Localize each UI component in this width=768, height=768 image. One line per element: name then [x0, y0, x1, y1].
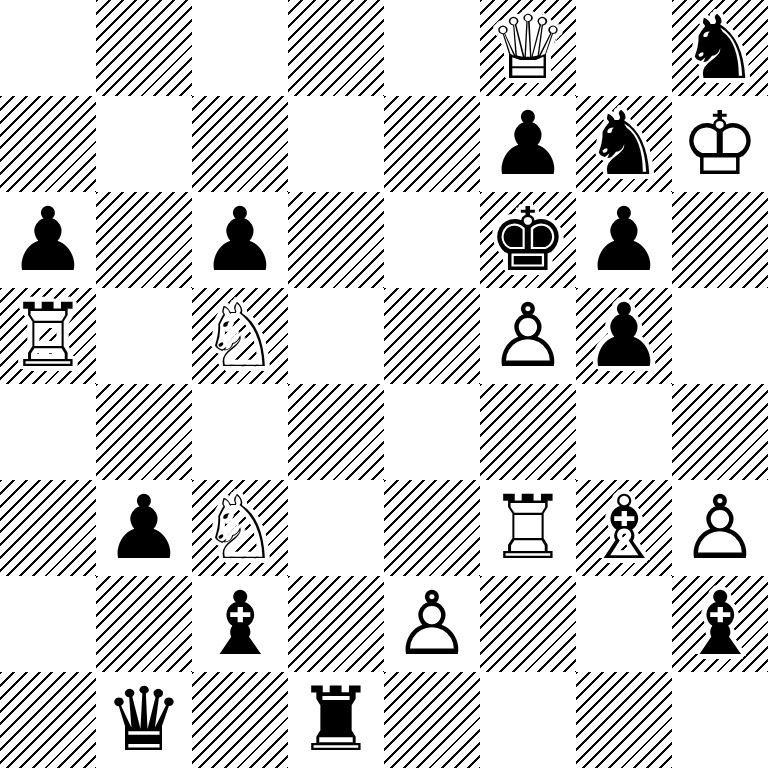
square-f4[interactable]	[480, 384, 576, 480]
white-pawn-f5[interactable]: ♙	[489, 288, 568, 384]
square-f5[interactable]: ♙	[480, 288, 576, 384]
black-knight-h8[interactable]: ♞	[681, 0, 760, 96]
square-d1[interactable]: ♜	[288, 672, 384, 768]
square-b8[interactable]	[96, 0, 192, 96]
square-e1[interactable]	[384, 672, 480, 768]
square-f2[interactable]	[480, 576, 576, 672]
square-d2[interactable]	[288, 576, 384, 672]
black-bishop-c2[interactable]: ♝	[201, 576, 280, 672]
square-e8[interactable]	[384, 0, 480, 96]
square-a2[interactable]	[0, 576, 96, 672]
square-e3[interactable]	[384, 480, 480, 576]
square-g7[interactable]: ♞	[576, 96, 672, 192]
white-rook-f3[interactable]: ♖	[489, 480, 568, 576]
black-pawn-b3[interactable]: ♟	[105, 480, 184, 576]
square-a3[interactable]	[0, 480, 96, 576]
square-e2[interactable]: ♙	[384, 576, 480, 672]
white-queen-f8[interactable]: ♕	[489, 0, 568, 96]
square-h1[interactable]	[672, 672, 768, 768]
square-h2[interactable]: ♝	[672, 576, 768, 672]
square-c8[interactable]	[192, 0, 288, 96]
black-pawn-g5[interactable]: ♟	[585, 288, 664, 384]
square-f3[interactable]: ♖	[480, 480, 576, 576]
black-king-f6[interactable]: ♚	[489, 192, 568, 288]
square-f1[interactable]	[480, 672, 576, 768]
black-pawn-c6[interactable]: ♟	[201, 192, 280, 288]
square-f8[interactable]: ♕	[480, 0, 576, 96]
square-c2[interactable]: ♝	[192, 576, 288, 672]
square-d6[interactable]	[288, 192, 384, 288]
square-g3[interactable]: ♗	[576, 480, 672, 576]
white-knight-c5[interactable]: ♘	[201, 288, 280, 384]
square-b4[interactable]	[96, 384, 192, 480]
square-c6[interactable]: ♟	[192, 192, 288, 288]
square-f7[interactable]: ♟	[480, 96, 576, 192]
square-g1[interactable]	[576, 672, 672, 768]
square-d8[interactable]	[288, 0, 384, 96]
chess-diagram: ♕♞♟♞♔♟♟♚♟♖♘♙♟♟♘♖♗♙♝♙♝♛♜	[0, 0, 768, 768]
chess-board: ♕♞♟♞♔♟♟♚♟♖♘♙♟♟♘♖♗♙♝♙♝♛♜	[0, 0, 768, 768]
square-h4[interactable]	[672, 384, 768, 480]
black-bishop-h2[interactable]: ♝	[681, 576, 760, 672]
square-g5[interactable]: ♟	[576, 288, 672, 384]
square-d4[interactable]	[288, 384, 384, 480]
square-b7[interactable]	[96, 96, 192, 192]
square-e7[interactable]	[384, 96, 480, 192]
black-rook-d1[interactable]: ♜	[297, 672, 376, 768]
white-rook-a5[interactable]: ♖	[9, 288, 88, 384]
white-knight-c3[interactable]: ♘	[201, 480, 280, 576]
square-g2[interactable]	[576, 576, 672, 672]
square-h5[interactable]	[672, 288, 768, 384]
black-pawn-g6[interactable]: ♟	[585, 192, 664, 288]
square-b3[interactable]: ♟	[96, 480, 192, 576]
square-g8[interactable]	[576, 0, 672, 96]
square-h3[interactable]: ♙	[672, 480, 768, 576]
square-c3[interactable]: ♘	[192, 480, 288, 576]
square-b5[interactable]	[96, 288, 192, 384]
square-d5[interactable]	[288, 288, 384, 384]
square-a4[interactable]	[0, 384, 96, 480]
square-e6[interactable]	[384, 192, 480, 288]
black-knight-g7[interactable]: ♞	[585, 96, 664, 192]
square-e5[interactable]	[384, 288, 480, 384]
square-a7[interactable]	[0, 96, 96, 192]
white-bishop-g3[interactable]: ♗	[585, 480, 664, 576]
square-c4[interactable]	[192, 384, 288, 480]
square-a5[interactable]: ♖	[0, 288, 96, 384]
square-a8[interactable]	[0, 0, 96, 96]
white-king-h7[interactable]: ♔	[681, 96, 760, 192]
square-g4[interactable]	[576, 384, 672, 480]
square-a1[interactable]	[0, 672, 96, 768]
black-queen-b1[interactable]: ♛	[105, 672, 184, 768]
square-h8[interactable]: ♞	[672, 0, 768, 96]
square-b6[interactable]	[96, 192, 192, 288]
square-a6[interactable]: ♟	[0, 192, 96, 288]
square-c1[interactable]	[192, 672, 288, 768]
square-d3[interactable]	[288, 480, 384, 576]
square-c7[interactable]	[192, 96, 288, 192]
square-h7[interactable]: ♔	[672, 96, 768, 192]
square-c5[interactable]: ♘	[192, 288, 288, 384]
square-g6[interactable]: ♟	[576, 192, 672, 288]
square-b2[interactable]	[96, 576, 192, 672]
black-pawn-a6[interactable]: ♟	[9, 192, 88, 288]
square-b1[interactable]: ♛	[96, 672, 192, 768]
black-pawn-f7[interactable]: ♟	[489, 96, 568, 192]
square-f6[interactable]: ♚	[480, 192, 576, 288]
square-h6[interactable]	[672, 192, 768, 288]
square-e4[interactable]	[384, 384, 480, 480]
white-pawn-h3[interactable]: ♙	[681, 480, 760, 576]
white-pawn-e2[interactable]: ♙	[393, 576, 472, 672]
square-d7[interactable]	[288, 96, 384, 192]
